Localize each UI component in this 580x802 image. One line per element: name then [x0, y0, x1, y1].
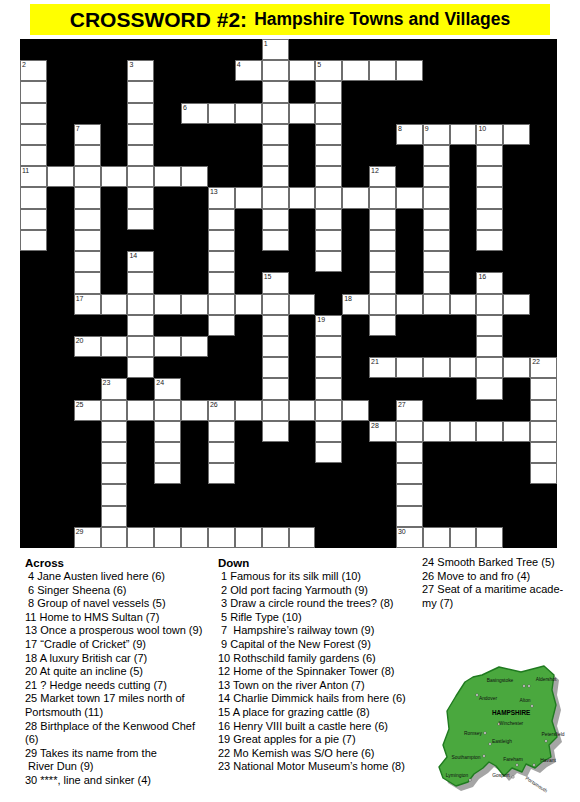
clue-number: 4: [237, 61, 241, 69]
grid-cell[interactable]: [262, 209, 289, 230]
grid-cell[interactable]: [530, 378, 557, 399]
grid-block: [342, 124, 369, 145]
grid-cell[interactable]: [476, 230, 503, 251]
grid-cell[interactable]: [396, 294, 423, 315]
clue-line: my (7): [422, 597, 578, 611]
grid-cell[interactable]: [423, 251, 450, 272]
grid-block: [101, 39, 128, 60]
grid-block: [396, 39, 423, 60]
grid-block: [154, 124, 181, 145]
grid-cell[interactable]: [315, 230, 342, 251]
grid-block: [396, 336, 423, 357]
grid-block: [503, 251, 530, 272]
clue-number: 10: [478, 125, 486, 133]
grid-cell[interactable]: [289, 527, 316, 548]
grid-cell[interactable]: [208, 463, 235, 484]
grid-cell[interactable]: [530, 442, 557, 463]
grid-cell[interactable]: [20, 124, 47, 145]
clue-number: 25: [76, 401, 84, 409]
crossword-grid: 1234567891011121314151617181920212223242…: [20, 39, 557, 548]
grid-cell[interactable]: [262, 378, 289, 399]
grid-block: [450, 60, 477, 81]
grid-cell[interactable]: [369, 315, 396, 336]
clue-number: 12: [371, 167, 379, 175]
grid-cell[interactable]: [503, 124, 530, 145]
grid-cell[interactable]: 26: [208, 400, 235, 421]
grid-cell[interactable]: [369, 60, 396, 81]
grid-cell[interactable]: [154, 442, 181, 463]
grid-block: [289, 442, 316, 463]
town-dot: [523, 685, 525, 687]
grid-block: [47, 124, 74, 145]
grid-cell[interactable]: [476, 166, 503, 187]
grid-block: [101, 357, 128, 378]
grid-block: [342, 527, 369, 548]
grid-cell[interactable]: [235, 294, 262, 315]
clue-line: 27 Seat of a maritime acade-: [422, 583, 578, 597]
grid-cell[interactable]: [262, 315, 289, 336]
grid-cell[interactable]: [74, 251, 101, 272]
grid-cell[interactable]: 11: [20, 166, 47, 187]
grid-cell[interactable]: [101, 421, 128, 442]
grid-cell[interactable]: 20: [74, 336, 101, 357]
grid-cell[interactable]: 13: [208, 187, 235, 208]
grid-cell[interactable]: [503, 357, 530, 378]
grid-cell[interactable]: [127, 336, 154, 357]
grid-cell[interactable]: 16: [476, 272, 503, 293]
grid-cell[interactable]: 17: [74, 294, 101, 315]
grid-cell[interactable]: [262, 357, 289, 378]
grid-cell[interactable]: [262, 124, 289, 145]
grid-cell[interactable]: [208, 527, 235, 548]
grid-cell[interactable]: 9: [423, 124, 450, 145]
grid-cell[interactable]: 7: [74, 124, 101, 145]
grid-cell[interactable]: [208, 230, 235, 251]
clue-number: 5: [317, 61, 321, 69]
grid-cell[interactable]: [476, 378, 503, 399]
grid-cell[interactable]: 2: [20, 60, 47, 81]
grid-cell[interactable]: [208, 315, 235, 336]
grid-cell[interactable]: [450, 124, 477, 145]
grid-cell[interactable]: [450, 357, 477, 378]
grid-block: [127, 421, 154, 442]
grid-block: [262, 442, 289, 463]
grid-cell[interactable]: [396, 357, 423, 378]
grid-cell[interactable]: [262, 336, 289, 357]
grid-cell[interactable]: [235, 103, 262, 124]
grid-block: [127, 506, 154, 527]
grid-cell[interactable]: [369, 209, 396, 230]
grid-block: [47, 527, 74, 548]
grid-block: [181, 39, 208, 60]
grid-cell[interactable]: [181, 400, 208, 421]
town-label: Alton: [519, 698, 530, 703]
town-label: Lymington: [446, 773, 469, 778]
grid-block: [503, 103, 530, 124]
grid-cell[interactable]: [342, 400, 369, 421]
grid-cell[interactable]: [101, 336, 128, 357]
grid-cell[interactable]: [20, 103, 47, 124]
grid-cell[interactable]: [396, 60, 423, 81]
grid-cell[interactable]: [396, 442, 423, 463]
grid-cell[interactable]: [127, 315, 154, 336]
grid-block: [450, 145, 477, 166]
grid-cell[interactable]: [208, 103, 235, 124]
grid-cell[interactable]: [181, 166, 208, 187]
grid-cell[interactable]: [101, 527, 128, 548]
grid-cell[interactable]: [423, 230, 450, 251]
grid-cell[interactable]: [450, 421, 477, 442]
grid-block: [235, 336, 262, 357]
grid-cell[interactable]: [369, 187, 396, 208]
grid-cell[interactable]: [423, 209, 450, 230]
grid-cell[interactable]: [127, 145, 154, 166]
grid-block: [127, 484, 154, 505]
grid-block: [74, 442, 101, 463]
clue-number: 8: [398, 125, 402, 133]
town-dot: [531, 705, 533, 707]
clue-line: 19 Great apples for a pie (7): [218, 733, 422, 747]
grid-block: [342, 251, 369, 272]
grid-cell[interactable]: [154, 421, 181, 442]
grid-cell[interactable]: [208, 251, 235, 272]
grid-cell[interactable]: [315, 103, 342, 124]
grid-block: [47, 484, 74, 505]
grid-cell[interactable]: [289, 400, 316, 421]
grid-cell[interactable]: 19: [315, 315, 342, 336]
grid-cell[interactable]: [289, 294, 316, 315]
grid-block: [289, 336, 316, 357]
grid-cell[interactable]: [127, 400, 154, 421]
grid-cell[interactable]: [262, 81, 289, 102]
clue-number: 27: [398, 401, 406, 409]
grid-cell[interactable]: [396, 506, 423, 527]
grid-cell[interactable]: [262, 103, 289, 124]
grid-cell[interactable]: 4: [235, 60, 262, 81]
grid-cell[interactable]: [127, 357, 154, 378]
grid-block: [423, 484, 450, 505]
grid-cell[interactable]: 22: [530, 357, 557, 378]
grid-cell[interactable]: 27: [396, 400, 423, 421]
grid-cell[interactable]: [181, 527, 208, 548]
grid-cell[interactable]: [101, 442, 128, 463]
town-label: Fareham: [503, 757, 523, 762]
grid-cell[interactable]: [450, 527, 477, 548]
grid-cell[interactable]: [154, 527, 181, 548]
grid-block: [423, 400, 450, 421]
grid-block: [450, 463, 477, 484]
grid-cell[interactable]: [101, 506, 128, 527]
grid-cell[interactable]: [289, 103, 316, 124]
grid-cell[interactable]: [315, 166, 342, 187]
grid-cell[interactable]: [476, 357, 503, 378]
grid-cell[interactable]: [74, 272, 101, 293]
grid-cell[interactable]: 1: [262, 39, 289, 60]
grid-cell[interactable]: [235, 400, 262, 421]
grid-block: [289, 272, 316, 293]
town-dot: [489, 743, 491, 745]
grid-cell[interactable]: [396, 484, 423, 505]
grid-cell[interactable]: [127, 81, 154, 102]
grid-block: [503, 442, 530, 463]
grid-cell[interactable]: [127, 124, 154, 145]
grid-cell[interactable]: [369, 294, 396, 315]
grid-cell[interactable]: [423, 294, 450, 315]
grid-block: [101, 124, 128, 145]
grid-block: [47, 187, 74, 208]
grid-cell[interactable]: [369, 272, 396, 293]
grid-cell[interactable]: [315, 145, 342, 166]
grid-cell[interactable]: [315, 209, 342, 230]
grid-cell[interactable]: [101, 166, 128, 187]
grid-cell[interactable]: [423, 272, 450, 293]
grid-cell[interactable]: 8: [396, 124, 423, 145]
grid-cell[interactable]: [20, 145, 47, 166]
grid-cell[interactable]: 21: [369, 357, 396, 378]
grid-cell[interactable]: [74, 209, 101, 230]
grid-cell[interactable]: 5: [315, 60, 342, 81]
grid-cell[interactable]: [423, 145, 450, 166]
grid-block: [342, 378, 369, 399]
grid-block: [289, 81, 316, 102]
grid-cell[interactable]: [262, 187, 289, 208]
grid-cell[interactable]: [127, 103, 154, 124]
grid-cell[interactable]: [127, 294, 154, 315]
grid-cell[interactable]: [101, 484, 128, 505]
grid-cell[interactable]: [154, 166, 181, 187]
grid-cell[interactable]: 25: [74, 400, 101, 421]
grid-cell[interactable]: [235, 527, 262, 548]
grid-cell[interactable]: [396, 187, 423, 208]
grid-cell[interactable]: [315, 336, 342, 357]
grid-cell[interactable]: [289, 60, 316, 81]
clue-line: 20 At quite an incline (5): [25, 665, 217, 679]
grid-cell[interactable]: [315, 81, 342, 102]
grid-block: [369, 463, 396, 484]
grid-cell[interactable]: [154, 294, 181, 315]
grid-cell[interactable]: [423, 357, 450, 378]
grid-block: [181, 315, 208, 336]
grid-cell[interactable]: [262, 421, 289, 442]
grid-block: [208, 60, 235, 81]
grid-cell[interactable]: [208, 209, 235, 230]
grid-cell[interactable]: 28: [369, 421, 396, 442]
grid-cell[interactable]: [47, 166, 74, 187]
grid-cell[interactable]: 23: [101, 378, 128, 399]
grid-cell[interactable]: [181, 336, 208, 357]
grid-cell[interactable]: 6: [181, 103, 208, 124]
grid-cell[interactable]: [20, 209, 47, 230]
grid-cell[interactable]: [289, 187, 316, 208]
grid-cell[interactable]: [503, 294, 530, 315]
grid-cell[interactable]: [342, 187, 369, 208]
grid-cell[interactable]: [315, 357, 342, 378]
grid-cell[interactable]: [127, 187, 154, 208]
grid-cell[interactable]: [262, 166, 289, 187]
grid-block: [181, 378, 208, 399]
grid-block: [342, 336, 369, 357]
grid-block: [101, 272, 128, 293]
grid-block: [342, 442, 369, 463]
grid-cell[interactable]: [476, 209, 503, 230]
grid-block: [396, 103, 423, 124]
clue-number: 26: [210, 401, 218, 409]
grid-cell[interactable]: [74, 187, 101, 208]
grid-block: [47, 251, 74, 272]
grid-block: [154, 103, 181, 124]
grid-block: [450, 336, 477, 357]
grid-cell[interactable]: 15: [262, 272, 289, 293]
grid-cell[interactable]: [74, 230, 101, 251]
grid-block: [235, 421, 262, 442]
grid-cell[interactable]: [315, 400, 342, 421]
grid-block: [20, 527, 47, 548]
clue-number: 21: [371, 358, 379, 366]
grid-cell[interactable]: [74, 145, 101, 166]
clue-line: 22 Mo Kemish was S/O here (6): [218, 747, 422, 761]
grid-block: [450, 506, 477, 527]
grid-cell[interactable]: 29: [74, 527, 101, 548]
town-dot: [484, 732, 486, 734]
grid-cell[interactable]: [154, 336, 181, 357]
grid-cell[interactable]: 14: [127, 251, 154, 272]
grid-cell[interactable]: [20, 230, 47, 251]
grid-block: [235, 315, 262, 336]
grid-cell[interactable]: [315, 421, 342, 442]
clue-line: 13 Town on the river Anton (7): [218, 679, 422, 693]
grid-block: [369, 103, 396, 124]
grid-cell[interactable]: [101, 400, 128, 421]
grid-block: [503, 527, 530, 548]
grid-cell[interactable]: 10: [476, 124, 503, 145]
clue-line: 3 Draw a circle round the trees? (8): [218, 597, 422, 611]
grid-block: [154, 272, 181, 293]
grid-cell[interactable]: [74, 166, 101, 187]
grid-cell[interactable]: [369, 251, 396, 272]
grid-cell[interactable]: [101, 294, 128, 315]
grid-cell[interactable]: [423, 166, 450, 187]
grid-cell[interactable]: [503, 421, 530, 442]
grid-cell[interactable]: [530, 463, 557, 484]
grid-block: [235, 145, 262, 166]
grid-cell[interactable]: [450, 294, 477, 315]
grid-cell[interactable]: [235, 187, 262, 208]
grid-block: [503, 272, 530, 293]
grid-cell[interactable]: 3: [127, 60, 154, 81]
grid-block: [262, 484, 289, 505]
grid-block: [503, 400, 530, 421]
clue-line: 12 Home of the Spinnaker Tower (8): [218, 665, 422, 679]
grid-cell[interactable]: [181, 294, 208, 315]
grid-block: [342, 315, 369, 336]
grid-block: [530, 39, 557, 60]
grid-block: [503, 39, 530, 60]
grid-cell[interactable]: [476, 527, 503, 548]
grid-cell[interactable]: [476, 294, 503, 315]
grid-cell[interactable]: [476, 187, 503, 208]
grid-block: [503, 484, 530, 505]
grid-cell[interactable]: [396, 421, 423, 442]
grid-cell[interactable]: 24: [154, 378, 181, 399]
grid-block: [74, 103, 101, 124]
grid-cell[interactable]: [208, 421, 235, 442]
grid-cell[interactable]: 30: [396, 527, 423, 548]
clue-line: 21 ? Hedge needs cutting (7): [25, 679, 217, 693]
grid-cell[interactable]: [127, 166, 154, 187]
town-dot: [512, 776, 514, 778]
grid-cell[interactable]: [208, 272, 235, 293]
grid-cell[interactable]: [208, 442, 235, 463]
grid-block: [315, 484, 342, 505]
grid-cell[interactable]: 12: [369, 166, 396, 187]
clue-number: 11: [22, 167, 29, 175]
grid-cell[interactable]: [262, 527, 289, 548]
grid-block: [235, 124, 262, 145]
grid-cell[interactable]: [476, 145, 503, 166]
grid-cell[interactable]: [20, 187, 47, 208]
grid-cell[interactable]: [476, 336, 503, 357]
grid-cell[interactable]: [154, 400, 181, 421]
grid-cell[interactable]: [101, 463, 128, 484]
grid-cell[interactable]: [423, 187, 450, 208]
grid-cell[interactable]: [315, 251, 342, 272]
town-label: Winchester: [499, 721, 524, 726]
grid-block: [208, 39, 235, 60]
grid-cell[interactable]: [476, 315, 503, 336]
grid-block: [369, 506, 396, 527]
grid-cell[interactable]: [127, 209, 154, 230]
grid-block: [154, 506, 181, 527]
hampshire-map: HAMPSHIRE BasingstokeAldershotAndoverAlt…: [425, 648, 580, 802]
grid-cell[interactable]: [369, 230, 396, 251]
grid-cell[interactable]: [423, 421, 450, 442]
town-dot: [483, 755, 485, 757]
grid-cell[interactable]: [262, 145, 289, 166]
grid-cell[interactable]: [262, 60, 289, 81]
grid-cell[interactable]: 18: [342, 294, 369, 315]
grid-block: [342, 209, 369, 230]
across-clues: Across 4 Jane Austen lived here (6) 6 Si…: [25, 556, 217, 788]
grid-block: [342, 484, 369, 505]
grid-cell[interactable]: [20, 81, 47, 102]
grid-cell[interactable]: [530, 421, 557, 442]
grid-cell[interactable]: [208, 294, 235, 315]
grid-cell[interactable]: [342, 60, 369, 81]
grid-cell[interactable]: [315, 187, 342, 208]
grid-block: [181, 421, 208, 442]
grid-block: [47, 60, 74, 81]
grid-cell[interactable]: [262, 294, 289, 315]
grid-cell[interactable]: [262, 400, 289, 421]
clue-line: 28 Birthplace of the Kenwood Chef: [25, 720, 217, 734]
grid-block: [74, 60, 101, 81]
clue-number: 17: [76, 295, 84, 303]
grid-cell[interactable]: [315, 124, 342, 145]
clue-number: 20: [76, 337, 84, 345]
grid-cell[interactable]: [127, 527, 154, 548]
grid-block: [530, 145, 557, 166]
grid-block: [369, 442, 396, 463]
grid-cell[interactable]: [423, 527, 450, 548]
grid-cell[interactable]: [530, 400, 557, 421]
grid-cell[interactable]: [315, 442, 342, 463]
grid-cell[interactable]: [127, 272, 154, 293]
grid-cell[interactable]: [315, 378, 342, 399]
grid-cell[interactable]: [262, 230, 289, 251]
grid-cell[interactable]: [476, 421, 503, 442]
grid-cell[interactable]: [396, 463, 423, 484]
grid-cell[interactable]: [154, 463, 181, 484]
